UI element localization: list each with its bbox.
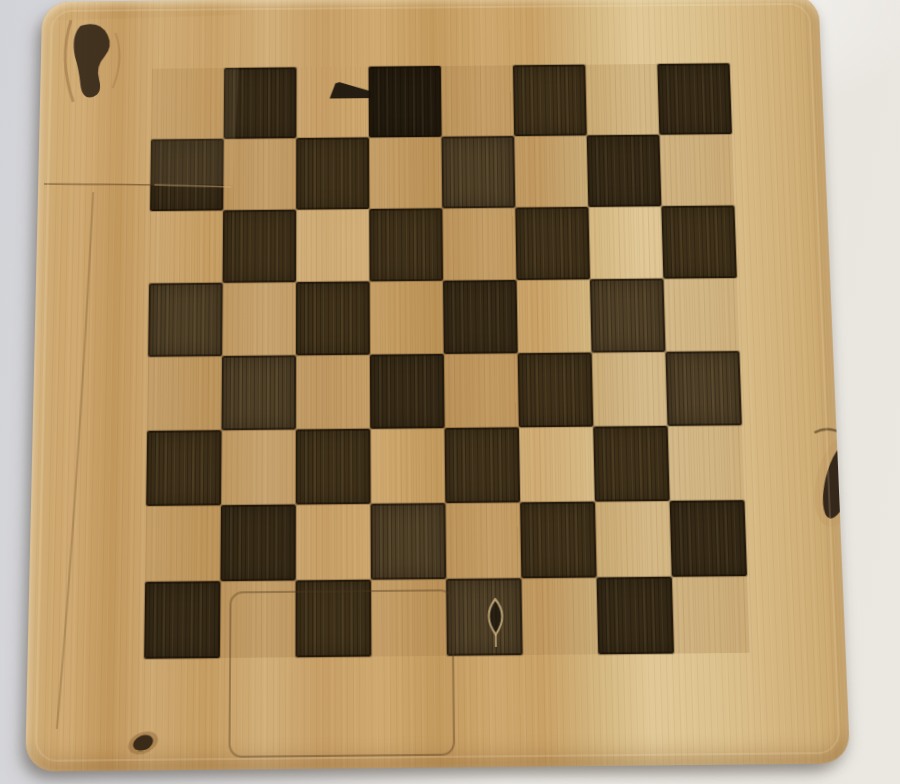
square-d4[interactable] — [370, 354, 445, 429]
square-g2[interactable] — [595, 501, 672, 578]
square-h3[interactable] — [668, 425, 745, 501]
square-e1[interactable] — [446, 578, 522, 656]
square-f5[interactable] — [517, 279, 592, 353]
square-d7[interactable] — [369, 137, 442, 209]
square-h4[interactable] — [665, 351, 741, 426]
square-e5[interactable] — [443, 280, 518, 354]
square-c1[interactable] — [296, 580, 372, 658]
square-d5[interactable] — [370, 281, 444, 355]
square-f3[interactable] — [519, 427, 595, 503]
corner-knot-grain — [64, 20, 75, 102]
square-g1[interactable] — [597, 577, 674, 655]
square-a6[interactable] — [149, 210, 223, 283]
square-h2[interactable] — [670, 500, 747, 577]
square-b7[interactable] — [223, 138, 296, 210]
square-g3[interactable] — [593, 426, 669, 502]
square-b1[interactable] — [220, 580, 296, 658]
square-g7[interactable] — [587, 135, 662, 207]
chess-board — [25, 0, 850, 772]
square-d2[interactable] — [371, 503, 447, 580]
square-e6[interactable] — [442, 208, 516, 281]
square-a8[interactable] — [151, 68, 224, 139]
board-grid — [144, 63, 749, 658]
square-a2[interactable] — [145, 505, 221, 582]
square-g8[interactable] — [585, 64, 659, 135]
square-b8[interactable] — [224, 67, 297, 138]
square-h8[interactable] — [657, 63, 732, 134]
square-b6[interactable] — [223, 210, 297, 283]
square-g5[interactable] — [590, 279, 666, 353]
square-b2[interactable] — [220, 505, 295, 582]
square-c6[interactable] — [296, 209, 369, 282]
corner-knot — [73, 24, 110, 98]
square-h7[interactable] — [659, 134, 734, 206]
square-f1[interactable] — [521, 578, 598, 656]
square-a7[interactable] — [150, 139, 224, 211]
square-e2[interactable] — [445, 502, 521, 579]
square-f6[interactable] — [515, 207, 590, 280]
corner-knot-grain-2 — [113, 33, 120, 88]
square-c2[interactable] — [296, 504, 371, 581]
square-d1[interactable] — [371, 579, 447, 657]
square-c8[interactable] — [296, 67, 369, 138]
square-f7[interactable] — [514, 135, 588, 207]
square-b3[interactable] — [221, 430, 296, 506]
plank-seam — [44, 183, 154, 186]
square-c5[interactable] — [296, 281, 370, 355]
square-a4[interactable] — [147, 356, 222, 431]
bottom-left-knot-halo — [125, 727, 161, 759]
square-e3[interactable] — [445, 427, 521, 503]
square-a1[interactable] — [144, 581, 220, 659]
photo-background: chess — [0, 0, 900, 784]
right-edge-knot-halo — [806, 430, 850, 532]
square-d8[interactable] — [369, 66, 442, 137]
bottom-left-knot — [131, 732, 155, 754]
square-c7[interactable] — [296, 137, 369, 209]
square-h5[interactable] — [663, 278, 739, 352]
square-e4[interactable] — [444, 353, 519, 428]
square-e8[interactable] — [441, 65, 514, 136]
square-b5[interactable] — [222, 282, 296, 356]
left-margin-grain-seam — [57, 192, 93, 729]
right-edge-knot — [817, 440, 851, 521]
right-edge-knot-scratch — [814, 429, 841, 434]
square-f8[interactable] — [513, 65, 587, 136]
square-g4[interactable] — [592, 352, 668, 427]
square-h1[interactable] — [672, 576, 750, 654]
square-a3[interactable] — [146, 430, 221, 506]
square-g6[interactable] — [588, 206, 663, 279]
square-b4[interactable] — [222, 355, 296, 430]
square-f4[interactable] — [518, 353, 594, 428]
square-c3[interactable] — [296, 429, 371, 505]
square-d6[interactable] — [369, 208, 443, 281]
square-f2[interactable] — [520, 502, 596, 579]
square-c4[interactable] — [296, 355, 370, 430]
square-h6[interactable] — [661, 206, 736, 279]
square-d3[interactable] — [370, 428, 445, 504]
square-e7[interactable] — [442, 136, 516, 208]
square-a5[interactable] — [148, 283, 222, 357]
